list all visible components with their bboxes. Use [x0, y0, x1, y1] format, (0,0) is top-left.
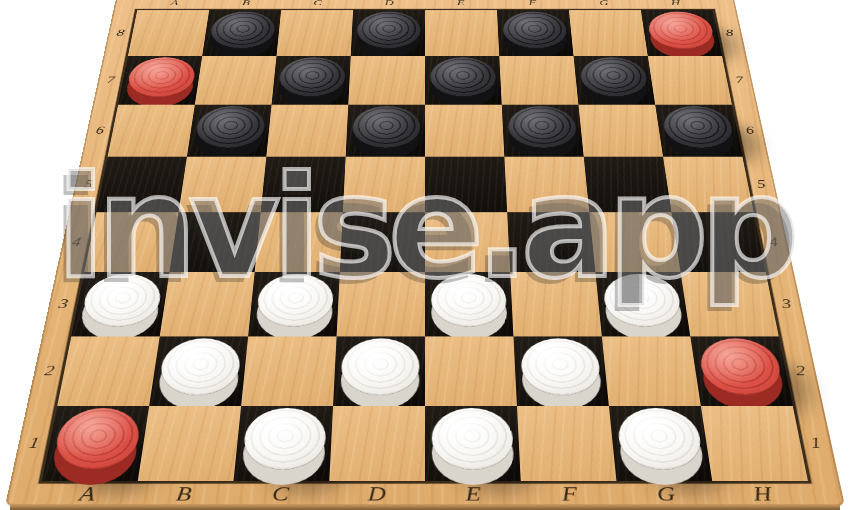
- col-label-bottom-H: H: [712, 481, 813, 506]
- square-H1[interactable]: [701, 406, 808, 481]
- col-label-bottom-C: C: [231, 481, 329, 506]
- piece-dark-B6[interactable]: [193, 106, 266, 149]
- square-A7[interactable]: [118, 56, 202, 105]
- col-label-bottom-D: D: [328, 481, 425, 506]
- col-label-bottom-F: F: [521, 481, 619, 506]
- board-front-edge: [10, 505, 840, 510]
- square-C3[interactable]: [248, 272, 340, 336]
- square-G4[interactable]: [589, 212, 680, 272]
- square-H3[interactable]: [681, 272, 779, 336]
- piece-red-A1[interactable]: [51, 408, 143, 470]
- square-E2[interactable]: [425, 336, 517, 405]
- square-A1[interactable]: [42, 406, 149, 481]
- square-A4[interactable]: [84, 212, 178, 272]
- square-D1[interactable]: [329, 406, 425, 481]
- piece-dark-F8[interactable]: [502, 12, 568, 49]
- piece-dark-H6[interactable]: [661, 106, 736, 149]
- square-E5[interactable]: [425, 157, 507, 213]
- checkers-board: ABCDEFGH ABCDEFGH 87654321 87654321: [5, 0, 845, 506]
- col-label-top-C: C: [281, 0, 354, 10]
- square-F7[interactable]: [499, 56, 578, 105]
- square-B1[interactable]: [138, 406, 241, 481]
- col-label-top-G: G: [568, 0, 641, 10]
- piece-red-H2[interactable]: [697, 338, 785, 395]
- square-D3[interactable]: [337, 272, 425, 336]
- piece-white-E1[interactable]: [431, 408, 514, 470]
- square-H5[interactable]: [663, 157, 754, 213]
- piece-red-A7[interactable]: [125, 57, 197, 97]
- square-D4[interactable]: [340, 212, 425, 272]
- piece-dark-G7[interactable]: [579, 57, 649, 97]
- square-E3[interactable]: [425, 272, 513, 336]
- square-F3[interactable]: [510, 272, 602, 336]
- square-H8[interactable]: [641, 10, 722, 56]
- piece-white-C1[interactable]: [241, 408, 327, 470]
- piece-dark-D6[interactable]: [351, 106, 420, 149]
- square-A6[interactable]: [108, 105, 195, 157]
- square-F2[interactable]: [513, 336, 608, 405]
- piece-dark-E7[interactable]: [430, 57, 496, 97]
- square-G6[interactable]: [578, 105, 663, 157]
- piece-red-H8[interactable]: [646, 12, 716, 49]
- square-A5[interactable]: [96, 157, 187, 213]
- square-C4[interactable]: [255, 212, 343, 272]
- square-C1[interactable]: [234, 406, 334, 481]
- col-label-top-B: B: [209, 0, 282, 10]
- square-F4[interactable]: [507, 212, 595, 272]
- column-labels-bottom: ABCDEFGH: [37, 481, 813, 506]
- square-E1[interactable]: [425, 406, 521, 481]
- square-D8[interactable]: [351, 10, 425, 56]
- col-label-top-H: H: [639, 0, 713, 10]
- square-G3[interactable]: [595, 272, 690, 336]
- square-F8[interactable]: [497, 10, 574, 56]
- col-label-top-D: D: [353, 0, 425, 10]
- col-label-top-F: F: [496, 0, 569, 10]
- square-C8[interactable]: [276, 10, 353, 56]
- square-A8[interactable]: [128, 10, 209, 56]
- square-H4[interactable]: [671, 212, 765, 272]
- col-label-top-A: A: [137, 0, 211, 10]
- board-grid: [42, 10, 808, 481]
- piece-white-A3[interactable]: [79, 274, 163, 327]
- square-C7[interactable]: [272, 56, 351, 105]
- square-A2[interactable]: [57, 336, 159, 405]
- piece-dark-F6[interactable]: [507, 106, 578, 149]
- piece-dark-D8[interactable]: [356, 12, 420, 49]
- square-D7[interactable]: [348, 56, 425, 105]
- square-A3[interactable]: [71, 272, 169, 336]
- col-label-bottom-A: A: [37, 481, 138, 506]
- col-label-top-E: E: [425, 0, 497, 10]
- square-H2[interactable]: [690, 336, 792, 405]
- square-C6[interactable]: [266, 105, 348, 157]
- piece-dark-B8[interactable]: [208, 12, 276, 49]
- square-B7[interactable]: [195, 56, 277, 105]
- square-E4[interactable]: [425, 212, 510, 272]
- square-F1[interactable]: [517, 406, 617, 481]
- col-label-bottom-E: E: [425, 481, 522, 506]
- square-D6[interactable]: [346, 105, 425, 157]
- square-C5[interactable]: [261, 157, 346, 213]
- square-B3[interactable]: [160, 272, 255, 336]
- square-B8[interactable]: [202, 10, 281, 56]
- square-B2[interactable]: [149, 336, 248, 405]
- square-G5[interactable]: [584, 157, 672, 213]
- piece-white-E3[interactable]: [431, 274, 507, 327]
- square-B5[interactable]: [179, 157, 267, 213]
- square-D5[interactable]: [343, 157, 425, 213]
- square-E8[interactable]: [425, 10, 499, 56]
- square-F6[interactable]: [502, 105, 584, 157]
- square-G1[interactable]: [609, 406, 712, 481]
- col-label-bottom-B: B: [134, 481, 234, 506]
- piece-white-G3[interactable]: [601, 274, 683, 327]
- square-E6[interactable]: [425, 105, 504, 157]
- square-G8[interactable]: [569, 10, 648, 56]
- piece-white-F2[interactable]: [519, 338, 601, 395]
- col-label-bottom-G: G: [616, 481, 716, 506]
- square-B6[interactable]: [187, 105, 272, 157]
- piece-white-B2[interactable]: [157, 338, 242, 395]
- square-B4[interactable]: [169, 212, 260, 272]
- piece-white-D2[interactable]: [340, 338, 419, 395]
- square-G7[interactable]: [574, 56, 656, 105]
- piece-dark-C7[interactable]: [277, 57, 345, 97]
- column-labels-top: ABCDEFGH: [137, 0, 713, 10]
- piece-white-C3[interactable]: [255, 274, 334, 327]
- square-F5[interactable]: [504, 157, 589, 213]
- checkers-scene: ABCDEFGH ABCDEFGH 87654321 87654321 invi…: [0, 0, 850, 510]
- square-G2[interactable]: [602, 336, 701, 405]
- square-H6[interactable]: [655, 105, 742, 157]
- square-D2[interactable]: [333, 336, 425, 405]
- square-H7[interactable]: [648, 56, 732, 105]
- piece-white-G1[interactable]: [615, 408, 704, 470]
- square-E7[interactable]: [425, 56, 502, 105]
- square-C2[interactable]: [241, 336, 336, 405]
